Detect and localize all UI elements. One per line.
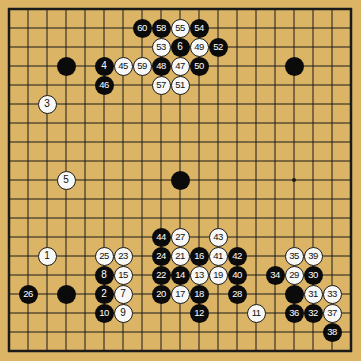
- stone-black-move-4: 4: [95, 57, 114, 76]
- stone-white-move-35: 35: [285, 247, 304, 266]
- handicap-stone-black-pp: [285, 285, 304, 304]
- handicap-stone-black-dp: [57, 285, 76, 304]
- stone-black-move-46: 46: [95, 76, 114, 95]
- stone-white-move-39: 39: [304, 247, 323, 266]
- stone-white-move-13: 13: [190, 266, 209, 285]
- stone-black-move-54: 54: [190, 19, 209, 38]
- stone-white-move-11: 11: [247, 304, 266, 323]
- stone-black-move-20: 20: [152, 285, 171, 304]
- stone-white-move-31: 31: [304, 285, 323, 304]
- stone-black-move-24: 24: [152, 247, 171, 266]
- stone-black-move-50: 50: [190, 57, 209, 76]
- stone-white-move-53: 53: [152, 38, 171, 57]
- stone-white-move-41: 41: [209, 247, 228, 266]
- stone-black-move-48: 48: [152, 57, 171, 76]
- stone-white-move-1: 1: [38, 247, 57, 266]
- handicap-stone-black-jj: [171, 171, 190, 190]
- stone-black-move-60: 60: [133, 19, 152, 38]
- stone-black-move-28: 28: [228, 285, 247, 304]
- stone-white-move-59: 59: [133, 57, 152, 76]
- stones-layer: 1234567891011121314151617181920212223242…: [0, 0, 361, 361]
- stone-black-move-52: 52: [209, 38, 228, 57]
- stone-black-move-12: 12: [190, 304, 209, 323]
- stone-black-move-22: 22: [152, 266, 171, 285]
- stone-white-move-49: 49: [190, 38, 209, 57]
- handicap-stone-black-pd: [285, 57, 304, 76]
- stone-white-move-23: 23: [114, 247, 133, 266]
- stone-black-move-42: 42: [228, 247, 247, 266]
- stone-black-move-18: 18: [190, 285, 209, 304]
- stone-black-move-16: 16: [190, 247, 209, 266]
- stone-black-move-26: 26: [19, 285, 38, 304]
- stone-white-move-5: 5: [57, 171, 76, 190]
- stone-white-move-7: 7: [114, 285, 133, 304]
- stone-white-move-27: 27: [171, 228, 190, 247]
- stone-black-move-8: 8: [95, 266, 114, 285]
- stone-white-move-17: 17: [171, 285, 190, 304]
- stone-white-move-37: 37: [323, 304, 342, 323]
- stone-white-move-9: 9: [114, 304, 133, 323]
- stone-black-move-44: 44: [152, 228, 171, 247]
- stone-black-move-58: 58: [152, 19, 171, 38]
- stone-white-move-21: 21: [171, 247, 190, 266]
- stone-black-move-30: 30: [304, 266, 323, 285]
- handicap-stone-black-dd: [57, 57, 76, 76]
- stone-white-move-47: 47: [171, 57, 190, 76]
- stone-white-move-25: 25: [95, 247, 114, 266]
- stone-white-move-55: 55: [171, 19, 190, 38]
- stone-white-move-3: 3: [38, 95, 57, 114]
- stone-black-move-36: 36: [285, 304, 304, 323]
- stone-black-move-38: 38: [323, 323, 342, 342]
- stone-white-move-51: 51: [171, 76, 190, 95]
- stone-black-move-40: 40: [228, 266, 247, 285]
- stone-white-move-45: 45: [114, 57, 133, 76]
- stone-white-move-29: 29: [285, 266, 304, 285]
- stone-white-move-43: 43: [209, 228, 228, 247]
- stone-white-move-57: 57: [152, 76, 171, 95]
- stone-black-move-32: 32: [304, 304, 323, 323]
- stone-black-move-6: 6: [171, 38, 190, 57]
- stone-black-move-2: 2: [95, 285, 114, 304]
- go-board-diagram: 1234567891011121314151617181920212223242…: [0, 0, 361, 361]
- stone-black-move-10: 10: [95, 304, 114, 323]
- stone-black-move-34: 34: [266, 266, 285, 285]
- stone-white-move-15: 15: [114, 266, 133, 285]
- stone-white-move-19: 19: [209, 266, 228, 285]
- stone-white-move-33: 33: [323, 285, 342, 304]
- stone-black-move-14: 14: [171, 266, 190, 285]
